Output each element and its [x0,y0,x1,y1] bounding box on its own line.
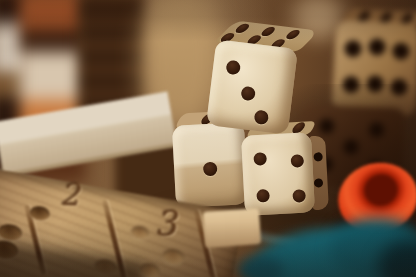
board-hole [130,225,150,241]
light-wood-block [203,208,261,248]
bottom-right-die [241,132,315,216]
carved-numeral-two: 2 [60,180,80,211]
carved-numeral-three: 3 [155,206,177,240]
top-die-front-face [206,39,298,134]
bottom-left-die-front-face [172,122,248,208]
board-hole [161,247,185,266]
photo-scene: 2 3 [0,0,416,277]
bottom-left-die [172,122,248,208]
top-die [206,39,298,134]
board-hole [0,223,23,243]
teal-stacking-ring [238,256,284,277]
bottom-right-die-front-face [241,132,315,216]
